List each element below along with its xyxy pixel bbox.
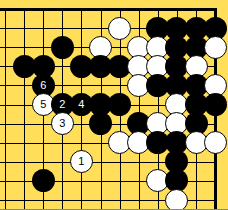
- black-stone[interactable]: [51, 36, 74, 59]
- black-stone[interactable]: [204, 93, 227, 116]
- board-vertical-line: [24, 9, 25, 209]
- go-board-grid[interactable]: 652431: [0, 0, 228, 209]
- white-stone-move-3[interactable]: 3: [51, 112, 74, 135]
- go-board[interactable]: 652431: [0, 0, 228, 209]
- move-number-label: 3: [59, 118, 65, 129]
- board-vertical-line: [5, 9, 6, 209]
- move-number-label: 1: [78, 156, 84, 167]
- black-stone[interactable]: [89, 112, 112, 135]
- black-stone[interactable]: [32, 169, 55, 192]
- board-top-edge-line: [0, 8, 217, 11]
- white-stone[interactable]: [204, 131, 227, 154]
- move-number-label: 4: [78, 99, 84, 110]
- white-stone[interactable]: [108, 17, 131, 40]
- white-stone[interactable]: [204, 36, 227, 59]
- black-stone[interactable]: [108, 93, 131, 116]
- move-number-label: 6: [40, 80, 46, 91]
- move-number-label: 5: [40, 99, 46, 110]
- white-stone[interactable]: [165, 189, 188, 210]
- move-number-label: 2: [59, 99, 65, 110]
- white-stone-move-1[interactable]: 1: [70, 150, 93, 173]
